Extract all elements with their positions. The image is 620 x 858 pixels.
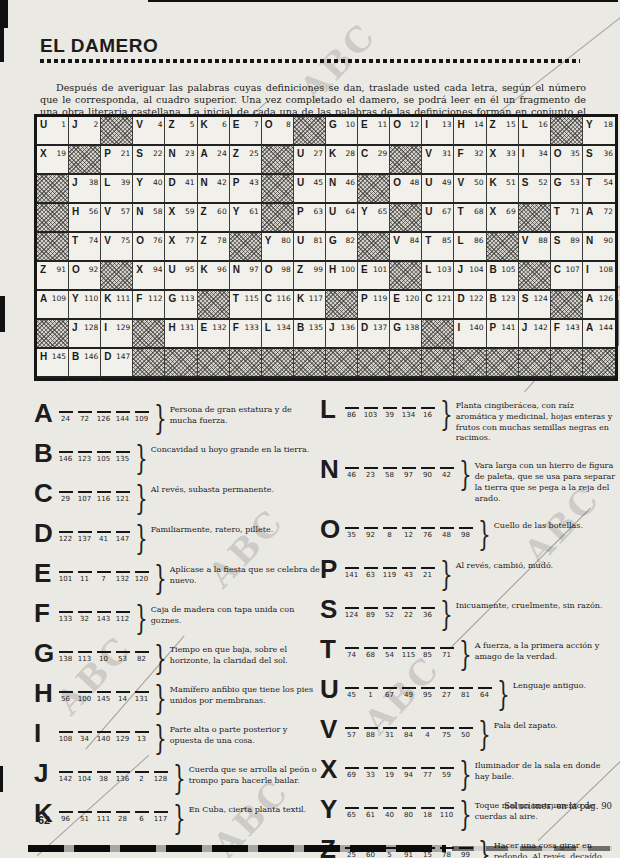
grid-cell: S89: [551, 233, 583, 262]
answer-blanks: 12489522236: [344, 598, 435, 619]
answer-blank: 105: [96, 451, 111, 463]
scan-mark: [0, 766, 3, 792]
cell-number: 98: [281, 265, 291, 274]
answer-blanks: 7468541158571: [344, 638, 454, 659]
cell-number: 104: [469, 265, 483, 274]
cell-letter: F: [554, 322, 560, 333]
brace: }: [440, 389, 453, 433]
grid-cell: A109: [37, 291, 69, 320]
cell-number: 12: [410, 120, 420, 129]
grid-cell: L103: [422, 262, 454, 291]
scan-mark: [0, 28, 4, 62]
cell-number: 29: [378, 149, 388, 158]
grid-cell: V88: [519, 233, 551, 262]
blank-number: 110: [440, 811, 453, 819]
definition-text: Inicuamente, cruelmente, sin razón.: [456, 598, 616, 612]
cell-number: 137: [373, 323, 387, 332]
blank-dash: [116, 731, 130, 733]
answer-blank: 112: [115, 611, 130, 623]
cell-letter: C: [554, 264, 561, 275]
cell-letter: T: [233, 293, 239, 304]
grid-cell: I108: [583, 262, 615, 291]
brace: }: [497, 669, 510, 713]
definition-text: Lenguaje antiguo.: [513, 678, 616, 692]
definition-entry: F13332143112}Caja de madera con tapa uni…: [34, 602, 320, 628]
grid-cell: Y18: [583, 117, 615, 146]
brace: }: [154, 713, 167, 757]
definition-letter: Y: [320, 798, 344, 820]
grid-cell: P43: [230, 175, 262, 204]
cell-letter: S: [554, 235, 561, 246]
blank-number: 51: [80, 815, 89, 823]
cell-letter: Z: [297, 264, 303, 275]
blank-number: 60: [366, 851, 375, 858]
cell-number: 76: [153, 236, 163, 245]
grid-cell: N58: [133, 204, 165, 233]
grid-cell: P141: [487, 320, 519, 349]
cell-letter: U: [297, 148, 304, 159]
blank-number: 84: [404, 731, 413, 739]
cell-letter: S: [522, 293, 529, 304]
answer-blank: 84: [401, 727, 416, 739]
answer-blanks: 5788318447550: [344, 718, 473, 739]
cell-letter: K: [104, 293, 111, 304]
grid-cell: H14: [454, 117, 486, 146]
cell-letter: V: [136, 119, 143, 130]
definition-entry: V5788318447550}Pala del zapato.: [320, 718, 616, 744]
grid-cell: U81: [294, 233, 326, 262]
blank-dash: [421, 527, 435, 529]
grid-cell: D122: [454, 291, 486, 320]
blank-number: 82: [137, 655, 146, 663]
blank-dash: [459, 687, 473, 689]
blank-number: 24: [61, 415, 70, 423]
blank-dash: [97, 771, 111, 773]
grid-cell-shaded: [294, 349, 326, 378]
cell-number: 34: [538, 149, 548, 158]
blank-number: 74: [347, 651, 356, 659]
answer-blank: 103: [363, 407, 378, 419]
cell-number: 126: [599, 294, 613, 303]
cell-number: 65: [378, 207, 388, 216]
grid-cell: F133: [230, 320, 262, 349]
dotted-rule: [40, 59, 580, 63]
answer-blanks: 146123105135: [58, 442, 130, 463]
cell-letter: U: [40, 119, 47, 130]
answer-blank: 54: [382, 647, 397, 659]
cell-number: 113: [180, 294, 194, 303]
answer-blank: 40: [382, 807, 397, 819]
cell-letter: S: [136, 148, 143, 159]
blank-number: 36: [423, 611, 432, 619]
cell-number: 141: [501, 323, 515, 332]
grid-cell: Z99: [294, 262, 326, 291]
blank-dash: [345, 607, 359, 609]
blank-number: 97: [404, 471, 413, 479]
blank-dash: [116, 811, 130, 813]
cell-letter: Z: [201, 206, 207, 217]
answer-blanks: 138113105382: [58, 642, 149, 663]
blank-dash: [402, 607, 416, 609]
blank-number: 129: [116, 735, 129, 743]
answer-blank: 46: [344, 467, 359, 479]
grid-cell: V75: [101, 233, 133, 262]
grid-cell-shaded: [294, 117, 326, 146]
grid-cell-shaded: [165, 349, 197, 378]
cell-number: 88: [538, 236, 548, 245]
cell-letter: Y: [265, 235, 272, 246]
cell-letter: J: [72, 322, 78, 333]
cell-letter: F: [457, 148, 463, 159]
grid-cell: O76: [133, 233, 165, 262]
grid-cell-shaded: [262, 175, 294, 204]
blank-number: 144: [116, 415, 129, 423]
blank-number: 53: [118, 655, 127, 663]
cell-letter: E: [361, 119, 368, 130]
grid-cell: C116: [262, 291, 294, 320]
page-title: EL DAMERO: [40, 36, 158, 55]
cell-number: 67: [442, 207, 452, 216]
answer-blank: 38: [96, 771, 111, 783]
grid-cell: Y110: [69, 291, 101, 320]
blank-number: 19: [385, 771, 394, 779]
grid-cell: G138: [390, 320, 422, 349]
grid-cell: K28: [326, 146, 358, 175]
cell-letter: D: [457, 293, 464, 304]
blank-dash: [59, 611, 73, 613]
blank-dash: [383, 527, 397, 529]
cell-number: 42: [217, 178, 227, 187]
answer-blank: 95: [420, 687, 435, 699]
answer-blank: 50: [458, 727, 473, 739]
answer-blank: 132: [115, 571, 130, 583]
blank-dash: [135, 571, 149, 573]
blank-dash: [78, 571, 92, 573]
scan-mark: [452, 846, 612, 851]
blank-number: 119: [383, 571, 396, 579]
blank-dash: [440, 687, 454, 689]
cell-letter: K: [329, 148, 336, 159]
grid-cell: Y65: [358, 204, 390, 233]
answer-blank: 133: [58, 611, 73, 623]
blank-number: 13: [137, 735, 146, 743]
grid-cell: V57: [101, 204, 133, 233]
cell-letter: J: [72, 177, 78, 188]
cell-number: 58: [153, 207, 163, 216]
cell-number: 32: [474, 149, 484, 158]
answer-blanks: 101117132120: [58, 562, 149, 583]
blank-number: 22: [404, 611, 413, 619]
cell-number: 31: [442, 149, 452, 158]
blank-dash: [402, 687, 416, 689]
cell-letter: S: [522, 177, 529, 188]
grid-cell: T115: [230, 291, 262, 320]
grid-cell: F143: [551, 320, 583, 349]
answer-blank: 71: [439, 647, 454, 659]
scan-mark: [0, 0, 8, 28]
blank-number: 6: [139, 815, 143, 823]
cell-letter: T: [554, 206, 560, 217]
grid-cell: K111: [101, 291, 133, 320]
cell-letter: T: [457, 206, 463, 217]
cell-letter: K: [490, 177, 497, 188]
brace: }: [135, 593, 148, 637]
cell-number: 48: [410, 178, 420, 187]
blank-number: 136: [116, 775, 129, 783]
cell-letter: Z: [201, 235, 207, 246]
cell-number: 86: [474, 236, 484, 245]
grid-cell: J128: [69, 320, 101, 349]
blank-number: 147: [116, 535, 129, 543]
grid-cell: L86: [454, 233, 486, 262]
cell-letter: P: [233, 177, 240, 188]
grid-cell: E7: [230, 117, 262, 146]
blank-dash: [364, 807, 378, 809]
grid-cell: N23: [165, 146, 197, 175]
answer-blanks: 9651111286117: [58, 802, 168, 823]
cell-letter: I: [104, 322, 107, 333]
blank-number: 108: [59, 735, 72, 743]
blank-dash: [421, 607, 435, 609]
grid-cell-shaded: [262, 146, 294, 175]
brace: }: [459, 749, 472, 793]
blank-number: 40: [385, 811, 394, 819]
grid-cell: F112: [133, 291, 165, 320]
grid-cell: L134: [262, 320, 294, 349]
answer-blank: 51: [77, 811, 92, 823]
answer-blanks: 6561408018110: [344, 798, 454, 819]
cell-letter: A: [40, 293, 47, 304]
cell-number: 69: [506, 207, 516, 216]
blank-number: 141: [345, 571, 358, 579]
blank-number: 113: [78, 655, 91, 663]
grid-cell-shaded: [390, 349, 422, 378]
grid-cell: U64: [326, 204, 358, 233]
answer-blank: 143: [96, 611, 111, 623]
grid-cell-shaded: [454, 349, 486, 378]
cell-number: 111: [116, 294, 130, 303]
answer-blank: 81: [458, 687, 473, 699]
definition-text: Iluminador de la sala en donde hay baile…: [475, 758, 616, 783]
cell-number: 60: [217, 207, 227, 216]
grid-cell: Y61: [230, 204, 262, 233]
blank-dash: [59, 691, 73, 693]
blank-number: 46: [347, 471, 356, 479]
cell-letter: N: [329, 177, 336, 188]
answer-blank: 34: [77, 731, 92, 743]
blank-number: 104: [78, 775, 91, 783]
grid-cell: V84: [390, 233, 422, 262]
blank-dash: [440, 727, 454, 729]
brace: }: [173, 753, 186, 797]
brace: }: [459, 629, 472, 673]
cell-number: 80: [281, 236, 291, 245]
cell-number: 8: [286, 120, 291, 129]
cell-letter: E: [201, 322, 208, 333]
answer-blank: 74: [344, 647, 359, 659]
definition-letter: N: [320, 458, 344, 480]
blank-dash: [345, 407, 359, 409]
blank-dash: [116, 691, 130, 693]
blank-number: 115: [402, 651, 415, 659]
answer-blanks: 3592812764898: [344, 518, 473, 539]
cell-number: 146: [84, 352, 98, 361]
blank-number: 29: [61, 495, 70, 503]
page-number: 62: [38, 814, 50, 826]
cell-number: 7: [254, 120, 259, 129]
blank-dash: [421, 647, 435, 649]
cell-number: 117: [309, 294, 323, 303]
answer-blank: 117: [153, 811, 168, 823]
answer-blank: 12: [401, 527, 416, 539]
cell-letter: Y: [72, 293, 79, 304]
cell-number: 54: [603, 178, 613, 187]
answer-blank: 77: [420, 767, 435, 779]
blank-number: 8: [387, 531, 391, 539]
grid-cell: P63: [294, 204, 326, 233]
grid-cell: C107: [551, 262, 583, 291]
blank-dash: [135, 651, 149, 653]
blank-number: 33: [366, 771, 375, 779]
definition-entry: U451674995278164}Lenguaje antiguo.: [320, 678, 616, 704]
brace: }: [459, 789, 472, 833]
cell-number: 135: [309, 323, 323, 332]
grid-cell: X94: [133, 262, 165, 291]
grid-cell-shaded: [487, 349, 519, 378]
cell-number: 122: [469, 294, 483, 303]
cell-letter: U: [329, 206, 336, 217]
grid-cell: Z91: [37, 262, 69, 291]
grid-cell-shaded: [551, 291, 583, 320]
cell-number: 132: [212, 323, 226, 332]
blank-number: 7: [101, 575, 105, 583]
grid-cell: L16: [519, 117, 551, 146]
answer-blank: 68: [363, 647, 378, 659]
blank-number: 14: [118, 695, 127, 703]
cell-number: 77: [185, 236, 195, 245]
blank-dash: [78, 691, 92, 693]
grid-cell: X19: [37, 146, 69, 175]
cell-number: 81: [313, 236, 323, 245]
cell-number: 27: [313, 149, 323, 158]
cell-letter: E: [393, 293, 400, 304]
blank-number: 95: [423, 691, 432, 699]
cell-number: 5: [190, 120, 195, 129]
cell-letter: H: [40, 351, 47, 362]
cell-letter: L: [457, 235, 463, 246]
cell-letter: J: [522, 322, 528, 333]
answer-blank: 42: [439, 467, 454, 479]
grid-cell: K6: [198, 117, 230, 146]
cell-letter: V: [425, 148, 432, 159]
cell-letter: K: [201, 264, 208, 275]
blank-number: 111: [97, 815, 110, 823]
blank-dash: [421, 467, 435, 469]
grid-cell-shaded: [37, 204, 69, 233]
cell-number: 11: [378, 120, 388, 129]
cell-letter: I: [425, 119, 428, 130]
blank-dash: [345, 767, 359, 769]
answer-blank: 80: [401, 807, 416, 819]
answer-blank: 82: [134, 651, 149, 663]
grid-cell: N46: [326, 175, 358, 204]
grid-cell-shaded: [551, 117, 583, 146]
grid-cell: U1: [37, 117, 69, 146]
grid-cell: H131: [165, 320, 197, 349]
definitions-right: L861033913416}Planta cingiberácea, con r…: [320, 398, 616, 858]
blank-dash: [345, 727, 359, 729]
answer-blank: 94: [401, 767, 416, 779]
blank-dash: [116, 531, 130, 533]
cell-number: 82: [346, 236, 356, 245]
definition-letter: P: [320, 558, 344, 580]
cell-number: 61: [249, 207, 259, 216]
grid-cell: C29: [358, 146, 390, 175]
blank-dash: [402, 407, 416, 409]
grid-cell: I140: [454, 320, 486, 349]
brace: }: [135, 513, 148, 557]
blank-dash: [421, 807, 435, 809]
answer-blank: 33: [363, 767, 378, 779]
answer-blank: 86: [344, 407, 359, 419]
cell-number: 121: [437, 294, 451, 303]
cell-number: 108: [599, 265, 613, 274]
blank-dash: [78, 491, 92, 493]
answer-blank: 58: [382, 467, 397, 479]
cell-letter: Y: [233, 206, 240, 217]
cell-letter: X: [490, 206, 497, 217]
cell-letter: Z: [490, 119, 496, 130]
cell-letter: O: [265, 264, 273, 275]
blank-dash: [345, 527, 359, 529]
blank-number: 92: [366, 531, 375, 539]
answer-blank: 96: [58, 811, 73, 823]
cell-letter: N: [586, 235, 593, 246]
brace: }: [459, 449, 472, 493]
blank-dash: [383, 687, 397, 689]
blank-number: 98: [461, 531, 470, 539]
blank-dash: [440, 767, 454, 769]
cell-number: 38: [89, 178, 99, 187]
definition-text: Cuerda que se arrolla al peón o trompo p…: [189, 762, 320, 787]
blank-dash: [364, 767, 378, 769]
answer-blank: 144: [115, 411, 130, 423]
cell-letter: S: [586, 148, 593, 159]
grid-cell: N97: [230, 262, 262, 291]
blank-number: 86: [347, 411, 356, 419]
blank-number: 42: [442, 471, 451, 479]
definition-text: Familiarmente, ratero, pillete.: [151, 522, 320, 536]
blank-number: 100: [78, 695, 91, 703]
definition-entry: J142104381362128}Cuerda que se arrolla a…: [34, 762, 320, 788]
definition-entry: E101117132120}Aplícase a la fiesta que s…: [34, 562, 320, 588]
answer-blank: 29: [58, 491, 73, 503]
cell-letter: J: [329, 322, 335, 333]
definition-text: Persona de gran estatura y de mucha fuer…: [170, 402, 320, 427]
answer-blank: 147: [115, 531, 130, 543]
brace: }: [135, 433, 148, 477]
cell-number: 39: [121, 178, 131, 187]
blank-number: 56: [61, 695, 70, 703]
cell-letter: T: [72, 235, 78, 246]
answer-blank: 27: [439, 687, 454, 699]
blank-dash: [116, 611, 130, 613]
grid-cell: B105: [487, 262, 519, 291]
grid-cell: G53: [551, 175, 583, 204]
answer-blank: 64: [477, 687, 492, 699]
definition-text: Planta cingiberácea, con raíz aromática …: [456, 398, 616, 444]
grid-cell: S36: [583, 146, 615, 175]
